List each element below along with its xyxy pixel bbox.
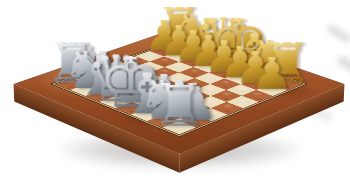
silver-rook-h1[interactable]: ♜ [142,83,217,128]
chess-set-photo: ♜♞♝♛♚♝♞♜♟♟♟♟♟♟♟♟♟♟♟♟♟♟♟♟♜♞♝♛♚♝♞♜ [0,0,350,187]
piece-shadow-wisp [336,55,350,77]
piece-shadow-wisp [326,24,350,44]
gold-pawn-h7[interactable]: ♟ [237,56,308,89]
square-h7[interactable]: ♟ [257,84,288,96]
square-h1[interactable]: ♜ [163,121,196,134]
